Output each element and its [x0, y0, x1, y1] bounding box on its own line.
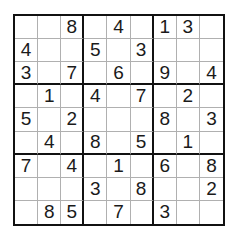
cell-r6c7-empty[interactable]	[154, 132, 177, 155]
cell-r4c3-empty[interactable]	[61, 85, 84, 108]
cell-r6c8-given: 1	[177, 132, 200, 155]
cell-r3c3-given: 7	[61, 62, 84, 85]
cell-r6c3-empty[interactable]	[61, 132, 84, 155]
cell-r3c8-empty[interactable]	[177, 62, 200, 85]
cell-r5c8-empty[interactable]	[177, 108, 200, 131]
cell-r8c2-empty[interactable]	[38, 178, 61, 201]
cell-r5c7-given: 8	[154, 108, 177, 131]
cell-r8c6-given: 8	[131, 178, 154, 201]
cell-r6c5-empty[interactable]	[107, 132, 130, 155]
cell-r1c6-empty[interactable]	[131, 16, 154, 39]
cell-r4c1-empty[interactable]	[15, 85, 38, 108]
sudoku-board: 841345337694147252834851741683828573	[13, 14, 225, 226]
cell-r3c6-empty[interactable]	[131, 62, 154, 85]
cell-r7c7-given: 6	[154, 155, 177, 178]
cell-r1c7-given: 1	[154, 16, 177, 39]
cell-r6c4-given: 8	[84, 132, 107, 155]
cell-r4c6-given: 7	[131, 85, 154, 108]
cell-r4c9-empty[interactable]	[200, 85, 223, 108]
cell-r2c5-empty[interactable]	[107, 39, 130, 62]
cell-r8c8-empty[interactable]	[177, 178, 200, 201]
cell-r8c5-empty[interactable]	[107, 178, 130, 201]
cell-r3c1-given: 3	[15, 62, 38, 85]
cell-r5c2-empty[interactable]	[38, 108, 61, 131]
cell-r6c1-empty[interactable]	[15, 132, 38, 155]
cell-r4c4-given: 4	[84, 85, 107, 108]
cell-r7c8-empty[interactable]	[177, 155, 200, 178]
cell-r8c4-given: 3	[84, 178, 107, 201]
cell-r7c2-empty[interactable]	[38, 155, 61, 178]
cell-r6c9-empty[interactable]	[200, 132, 223, 155]
cell-r2c1-given: 4	[15, 39, 38, 62]
cell-r7c9-given: 8	[200, 155, 223, 178]
cell-r5c1-given: 5	[15, 108, 38, 131]
sudoku-page: 841345337694147252834851741683828573	[0, 0, 240, 239]
cell-r3c7-given: 9	[154, 62, 177, 85]
cell-r1c5-given: 4	[107, 16, 130, 39]
cell-r9c2-given: 8	[38, 201, 61, 224]
cell-r3c4-empty[interactable]	[84, 62, 107, 85]
cell-r4c5-empty[interactable]	[107, 85, 130, 108]
cell-r9c4-empty[interactable]	[84, 201, 107, 224]
cell-r2c8-empty[interactable]	[177, 39, 200, 62]
cell-r5c4-empty[interactable]	[84, 108, 107, 131]
cell-r9c9-empty[interactable]	[200, 201, 223, 224]
cell-r2c2-empty[interactable]	[38, 39, 61, 62]
cell-r4c7-empty[interactable]	[154, 85, 177, 108]
cell-r3c9-given: 4	[200, 62, 223, 85]
cell-r7c3-given: 4	[61, 155, 84, 178]
cell-r1c4-empty[interactable]	[84, 16, 107, 39]
cell-r2c4-given: 5	[84, 39, 107, 62]
cell-r3c5-given: 6	[107, 62, 130, 85]
cell-r1c2-empty[interactable]	[38, 16, 61, 39]
cell-r8c7-empty[interactable]	[154, 178, 177, 201]
cell-r5c6-empty[interactable]	[131, 108, 154, 131]
cell-r7c4-empty[interactable]	[84, 155, 107, 178]
cell-r1c9-empty[interactable]	[200, 16, 223, 39]
cell-r8c9-given: 2	[200, 178, 223, 201]
cell-r7c1-given: 7	[15, 155, 38, 178]
cell-r1c8-given: 3	[177, 16, 200, 39]
cell-r7c6-empty[interactable]	[131, 155, 154, 178]
cell-r3c2-empty[interactable]	[38, 62, 61, 85]
cell-r5c9-given: 3	[200, 108, 223, 131]
cell-r8c3-empty[interactable]	[61, 178, 84, 201]
cell-r2c6-given: 3	[131, 39, 154, 62]
cell-r8c1-empty[interactable]	[15, 178, 38, 201]
cell-r1c3-given: 8	[61, 16, 84, 39]
cell-r2c7-empty[interactable]	[154, 39, 177, 62]
cell-r2c9-empty[interactable]	[200, 39, 223, 62]
cell-r1c1-empty[interactable]	[15, 16, 38, 39]
cell-r2c3-empty[interactable]	[61, 39, 84, 62]
cell-r5c5-empty[interactable]	[107, 108, 130, 131]
cell-r9c6-empty[interactable]	[131, 201, 154, 224]
cell-r9c5-given: 7	[107, 201, 130, 224]
cell-r9c3-given: 5	[61, 201, 84, 224]
cell-r9c1-empty[interactable]	[15, 201, 38, 224]
cell-r9c7-given: 3	[154, 201, 177, 224]
cell-r7c5-given: 1	[107, 155, 130, 178]
cell-r6c6-given: 5	[131, 132, 154, 155]
cell-r4c8-given: 2	[177, 85, 200, 108]
cell-r5c3-given: 2	[61, 108, 84, 131]
cell-r4c2-given: 1	[38, 85, 61, 108]
cell-r9c8-empty[interactable]	[177, 201, 200, 224]
cell-r6c2-given: 4	[38, 132, 61, 155]
